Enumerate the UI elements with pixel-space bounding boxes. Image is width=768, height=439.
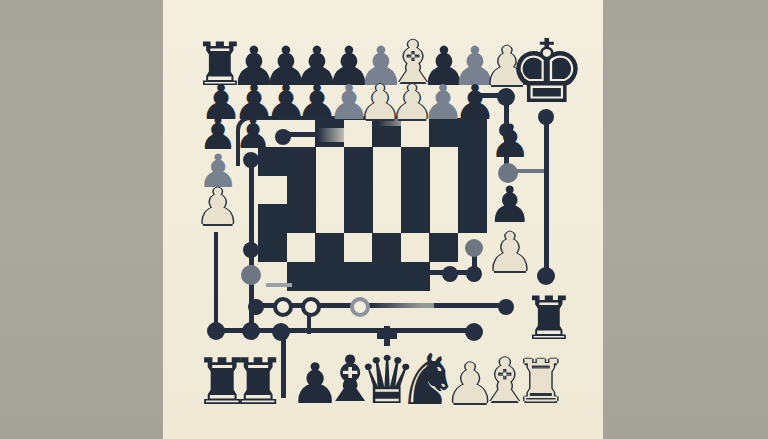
board-dark-cell <box>344 175 373 204</box>
left-pawn-2-piece: ♟ <box>234 113 272 155</box>
line-fade <box>318 128 354 142</box>
right-rook-piece: ♜ <box>522 288 576 348</box>
line-fade <box>372 300 434 312</box>
board-dark-cell <box>287 175 316 204</box>
board-dark-cell <box>258 204 287 233</box>
board-dark-cell <box>344 262 373 291</box>
board-dark-cell <box>401 175 430 204</box>
board-dark-cell <box>258 233 287 262</box>
bottom-rook-2-piece: ♜ <box>229 350 286 414</box>
board-dark-cell <box>401 204 430 233</box>
node-dot <box>242 322 260 340</box>
node-dot <box>465 239 483 257</box>
node-dot <box>207 322 225 340</box>
board-dark-cell <box>458 175 487 204</box>
node-dot <box>465 323 483 341</box>
top-king-piece: ♚ <box>508 28 587 116</box>
board-dark-cell <box>401 262 430 291</box>
right-pawn-1-piece: ♟ <box>489 118 530 164</box>
board-dark-cell <box>458 204 487 233</box>
ring-node <box>350 297 370 317</box>
node-dot <box>243 242 259 258</box>
node-dot <box>466 266 482 282</box>
board-dark-cell <box>315 233 344 262</box>
board-dash <box>266 283 292 287</box>
board-dark-cell <box>429 233 458 262</box>
chess-illustration: ♜♟♟♟♟♟♝♟♟♟♚♟♟♟♟♟♟♟♟♟♟♟♟♟♟♟♟♜♜♜♟♝♛♞♟♝♜ <box>0 0 768 439</box>
left-col2-v-line <box>214 232 218 332</box>
right-pawn-3-piece: ♟ <box>486 226 534 280</box>
board-dark-cell <box>344 204 373 233</box>
node-dot <box>248 299 264 315</box>
bottom-rook-light-piece: ♜ <box>515 352 567 410</box>
board-dark-cell <box>287 204 316 233</box>
board-node-dot <box>275 129 291 145</box>
board-dark-cell <box>458 147 487 176</box>
board-dark-cell <box>372 262 401 291</box>
left-pawn-4-piece: ♟ <box>196 182 241 232</box>
node-dot <box>442 266 458 282</box>
ring-node <box>273 297 293 317</box>
ring-node <box>301 297 321 317</box>
node-dot <box>498 299 514 315</box>
node-dot <box>241 265 261 285</box>
board-dark-cell <box>315 262 344 291</box>
right-tall-v-line <box>544 115 549 278</box>
node-dot <box>272 323 290 341</box>
board-dark-cell <box>372 233 401 262</box>
